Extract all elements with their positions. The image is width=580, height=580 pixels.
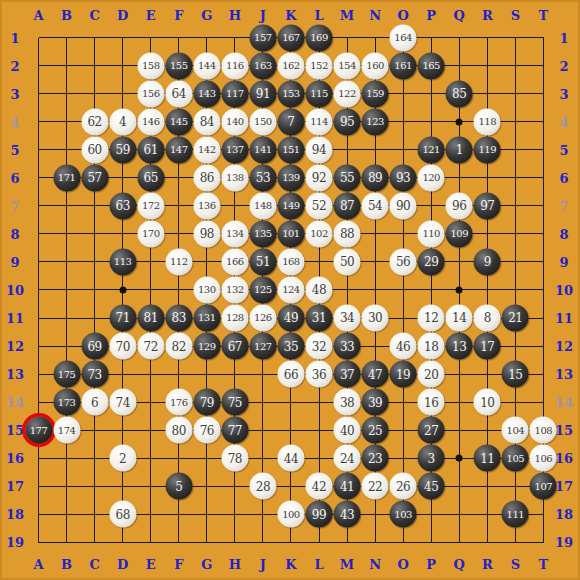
stone-white-54-N7[interactable]: 54 — [362, 192, 389, 219]
intersection-N8[interactable] — [361, 220, 389, 248]
intersection-S11[interactable]: 21 — [501, 304, 529, 332]
stone-black-89-N6[interactable]: 89 — [362, 164, 389, 191]
intersection-J11[interactable]: 126 — [249, 304, 277, 332]
intersection-M9[interactable]: 50 — [333, 248, 361, 276]
intersection-E9[interactable] — [137, 248, 165, 276]
intersection-K4[interactable]: 7 — [277, 108, 305, 136]
stone-white-122-M3[interactable]: 122 — [334, 80, 361, 107]
intersection-A5[interactable] — [25, 136, 53, 164]
intersection-D9[interactable]: 113 — [109, 248, 137, 276]
intersection-A10[interactable] — [25, 276, 53, 304]
intersection-G12[interactable]: 129 — [193, 332, 221, 360]
intersection-A3[interactable] — [25, 80, 53, 108]
intersection-M18[interactable]: 43 — [333, 500, 361, 528]
stone-white-106-T16[interactable]: 106 — [530, 445, 557, 472]
intersection-H1[interactable] — [221, 24, 249, 52]
intersection-B15[interactable]: 174 — [53, 416, 81, 444]
intersection-J13[interactable] — [249, 360, 277, 388]
stone-black-163-J2[interactable]: 163 — [249, 52, 276, 79]
intersection-M2[interactable]: 154 — [333, 52, 361, 80]
intersection-N9[interactable] — [361, 248, 389, 276]
intersection-P4[interactable] — [417, 108, 445, 136]
intersection-D2[interactable] — [109, 52, 137, 80]
intersection-F2[interactable]: 155 — [165, 52, 193, 80]
intersection-K18[interactable]: 100 — [277, 500, 305, 528]
stone-white-74-D14[interactable]: 74 — [109, 389, 136, 416]
intersection-F5[interactable]: 147 — [165, 136, 193, 164]
stone-white-102-L8[interactable]: 102 — [305, 220, 332, 247]
stone-white-16-P14[interactable]: 16 — [418, 389, 445, 416]
stone-white-134-H8[interactable]: 134 — [221, 220, 248, 247]
stone-black-37-M13[interactable]: 37 — [334, 361, 361, 388]
intersection-P19[interactable] — [417, 528, 445, 556]
intersection-A8[interactable] — [25, 220, 53, 248]
stone-black-121-P5[interactable]: 121 — [418, 136, 445, 163]
intersection-O4[interactable] — [389, 108, 417, 136]
intersection-R1[interactable] — [473, 24, 501, 52]
intersection-F15[interactable]: 80 — [165, 416, 193, 444]
intersection-S12[interactable] — [501, 332, 529, 360]
intersection-K6[interactable]: 139 — [277, 164, 305, 192]
stone-black-147-F5[interactable]: 147 — [165, 136, 192, 163]
stone-white-158-E2[interactable]: 158 — [137, 52, 164, 79]
intersection-R14[interactable]: 10 — [473, 388, 501, 416]
intersection-D8[interactable] — [109, 220, 137, 248]
intersection-Q4[interactable] — [445, 108, 473, 136]
stone-black-149-K7[interactable]: 149 — [277, 192, 304, 219]
stone-black-33-M12[interactable]: 33 — [334, 333, 361, 360]
stone-white-14-Q11[interactable]: 14 — [446, 304, 473, 331]
stone-white-72-E12[interactable]: 72 — [137, 333, 164, 360]
stone-black-45-P17[interactable]: 45 — [418, 473, 445, 500]
stone-black-3-P16[interactable]: 3 — [418, 445, 445, 472]
intersection-D13[interactable] — [109, 360, 137, 388]
intersection-M8[interactable]: 88 — [333, 220, 361, 248]
intersection-E17[interactable] — [137, 472, 165, 500]
intersection-B10[interactable] — [53, 276, 81, 304]
stone-white-36-L13[interactable]: 36 — [305, 361, 332, 388]
intersection-G9[interactable] — [193, 248, 221, 276]
stone-black-49-K11[interactable]: 49 — [277, 304, 304, 331]
intersection-H9[interactable]: 166 — [221, 248, 249, 276]
stone-white-6-C14[interactable]: 6 — [81, 389, 108, 416]
intersection-H11[interactable]: 128 — [221, 304, 249, 332]
stone-white-90-O7[interactable]: 90 — [390, 192, 417, 219]
intersection-J6[interactable]: 53 — [249, 164, 277, 192]
stone-black-47-N13[interactable]: 47 — [362, 361, 389, 388]
stone-white-118-R4[interactable]: 118 — [474, 108, 501, 135]
intersection-J12[interactable]: 127 — [249, 332, 277, 360]
intersection-L3[interactable]: 115 — [305, 80, 333, 108]
stone-white-52-L7[interactable]: 52 — [305, 192, 332, 219]
intersection-B19[interactable] — [53, 528, 81, 556]
intersection-N13[interactable]: 47 — [361, 360, 389, 388]
intersection-C3[interactable] — [81, 80, 109, 108]
stone-black-115-L3[interactable]: 115 — [305, 80, 332, 107]
intersection-A4[interactable] — [25, 108, 53, 136]
intersection-M14[interactable]: 38 — [333, 388, 361, 416]
stone-white-50-M9[interactable]: 50 — [334, 248, 361, 275]
stone-black-41-M17[interactable]: 41 — [334, 473, 361, 500]
intersection-A17[interactable] — [25, 472, 53, 500]
intersection-O13[interactable]: 19 — [389, 360, 417, 388]
intersection-R4[interactable]: 118 — [473, 108, 501, 136]
stone-white-48-L10[interactable]: 48 — [305, 276, 332, 303]
stone-white-152-L2[interactable]: 152 — [305, 52, 332, 79]
stone-white-76-G15[interactable]: 76 — [193, 417, 220, 444]
intersection-S14[interactable] — [501, 388, 529, 416]
intersection-E13[interactable] — [137, 360, 165, 388]
intersection-M1[interactable] — [333, 24, 361, 52]
stone-black-105-S16[interactable]: 105 — [502, 445, 529, 472]
intersection-A7[interactable] — [25, 192, 53, 220]
intersection-T8[interactable] — [529, 220, 557, 248]
intersection-O15[interactable] — [389, 416, 417, 444]
intersection-C10[interactable] — [81, 276, 109, 304]
intersection-B2[interactable] — [53, 52, 81, 80]
intersection-H5[interactable]: 137 — [221, 136, 249, 164]
stone-white-8-R11[interactable]: 8 — [474, 304, 501, 331]
intersection-S5[interactable] — [501, 136, 529, 164]
stone-black-27-P15[interactable]: 27 — [418, 417, 445, 444]
stone-white-2-D16[interactable]: 2 — [109, 445, 136, 472]
intersection-A16[interactable] — [25, 444, 53, 472]
intersection-E16[interactable] — [137, 444, 165, 472]
intersection-P18[interactable] — [417, 500, 445, 528]
intersection-Q15[interactable] — [445, 416, 473, 444]
stone-white-62-C4[interactable]: 62 — [81, 108, 108, 135]
intersection-G10[interactable]: 130 — [193, 276, 221, 304]
intersection-R17[interactable] — [473, 472, 501, 500]
stone-black-7-K4[interactable]: 7 — [277, 108, 304, 135]
intersection-B1[interactable] — [53, 24, 81, 52]
intersection-E1[interactable] — [137, 24, 165, 52]
intersection-N17[interactable]: 22 — [361, 472, 389, 500]
intersection-N3[interactable]: 159 — [361, 80, 389, 108]
intersection-Q17[interactable] — [445, 472, 473, 500]
intersection-T6[interactable] — [529, 164, 557, 192]
stone-white-18-P12[interactable]: 18 — [418, 333, 445, 360]
intersection-G4[interactable]: 84 — [193, 108, 221, 136]
intersection-F19[interactable] — [165, 528, 193, 556]
intersection-D15[interactable] — [109, 416, 137, 444]
stone-black-15-S13[interactable]: 15 — [502, 361, 529, 388]
intersection-P5[interactable]: 121 — [417, 136, 445, 164]
intersection-E11[interactable]: 81 — [137, 304, 165, 332]
stone-black-161-O2[interactable]: 161 — [390, 52, 417, 79]
stone-white-26-O17[interactable]: 26 — [390, 473, 417, 500]
stone-white-46-O12[interactable]: 46 — [390, 333, 417, 360]
intersection-G11[interactable]: 131 — [193, 304, 221, 332]
stone-white-140-H4[interactable]: 140 — [221, 108, 248, 135]
intersection-F17[interactable]: 5 — [165, 472, 193, 500]
intersection-A6[interactable] — [25, 164, 53, 192]
intersection-F1[interactable] — [165, 24, 193, 52]
stone-white-28-J17[interactable]: 28 — [249, 473, 276, 500]
intersection-P13[interactable]: 20 — [417, 360, 445, 388]
intersection-H7[interactable] — [221, 192, 249, 220]
intersection-P6[interactable]: 120 — [417, 164, 445, 192]
intersection-K9[interactable]: 168 — [277, 248, 305, 276]
stone-black-87-M7[interactable]: 87 — [334, 192, 361, 219]
intersection-C18[interactable] — [81, 500, 109, 528]
stone-black-19-O13[interactable]: 19 — [390, 361, 417, 388]
stone-white-66-K13[interactable]: 66 — [277, 361, 304, 388]
intersection-S17[interactable] — [501, 472, 529, 500]
stone-black-167-K1[interactable]: 167 — [277, 24, 304, 51]
stone-white-172-E7[interactable]: 172 — [137, 192, 164, 219]
intersection-G18[interactable] — [193, 500, 221, 528]
intersection-Q2[interactable] — [445, 52, 473, 80]
board-grid[interactable]: 1571671691641581551441161631621521541601… — [25, 24, 558, 557]
intersection-D16[interactable]: 2 — [109, 444, 137, 472]
intersection-T2[interactable] — [529, 52, 557, 80]
intersection-T11[interactable] — [529, 304, 557, 332]
intersection-L12[interactable]: 32 — [305, 332, 333, 360]
intersection-F7[interactable] — [165, 192, 193, 220]
intersection-H13[interactable] — [221, 360, 249, 388]
intersection-N4[interactable]: 123 — [361, 108, 389, 136]
stone-white-12-P11[interactable]: 12 — [418, 304, 445, 331]
intersection-M5[interactable] — [333, 136, 361, 164]
intersection-G6[interactable]: 86 — [193, 164, 221, 192]
stone-black-93-O6[interactable]: 93 — [390, 164, 417, 191]
intersection-K17[interactable] — [277, 472, 305, 500]
stone-white-138-H6[interactable]: 138 — [221, 164, 248, 191]
intersection-C8[interactable] — [81, 220, 109, 248]
intersection-T14[interactable] — [529, 388, 557, 416]
intersection-Q5[interactable]: 1 — [445, 136, 473, 164]
intersection-G17[interactable] — [193, 472, 221, 500]
intersection-R2[interactable] — [473, 52, 501, 80]
intersection-N2[interactable]: 160 — [361, 52, 389, 80]
intersection-Q19[interactable] — [445, 528, 473, 556]
stone-white-174-B15[interactable]: 174 — [53, 417, 80, 444]
intersection-C2[interactable] — [81, 52, 109, 80]
intersection-O11[interactable] — [389, 304, 417, 332]
intersection-D5[interactable]: 59 — [109, 136, 137, 164]
intersection-H15[interactable]: 77 — [221, 416, 249, 444]
intersection-E12[interactable]: 72 — [137, 332, 165, 360]
intersection-T1[interactable] — [529, 24, 557, 52]
stone-white-116-H2[interactable]: 116 — [221, 52, 248, 79]
stone-white-60-C5[interactable]: 60 — [81, 136, 108, 163]
intersection-F10[interactable] — [165, 276, 193, 304]
intersection-L18[interactable]: 99 — [305, 500, 333, 528]
stone-black-43-M18[interactable]: 43 — [334, 501, 361, 528]
intersection-J18[interactable] — [249, 500, 277, 528]
intersection-J8[interactable]: 135 — [249, 220, 277, 248]
intersection-B9[interactable] — [53, 248, 81, 276]
intersection-T3[interactable] — [529, 80, 557, 108]
intersection-J4[interactable]: 150 — [249, 108, 277, 136]
stone-black-175-B13[interactable]: 175 — [53, 361, 80, 388]
intersection-H3[interactable]: 117 — [221, 80, 249, 108]
intersection-K14[interactable] — [277, 388, 305, 416]
stone-white-64-F3[interactable]: 64 — [165, 80, 192, 107]
intersection-F4[interactable]: 145 — [165, 108, 193, 136]
intersection-F11[interactable]: 83 — [165, 304, 193, 332]
stone-white-120-P6[interactable]: 120 — [418, 164, 445, 191]
intersection-C1[interactable] — [81, 24, 109, 52]
intersection-K10[interactable]: 124 — [277, 276, 305, 304]
intersection-F8[interactable] — [165, 220, 193, 248]
stone-black-91-J3[interactable]: 91 — [249, 80, 276, 107]
stone-white-132-H10[interactable]: 132 — [221, 276, 248, 303]
intersection-H10[interactable]: 132 — [221, 276, 249, 304]
intersection-S13[interactable]: 15 — [501, 360, 529, 388]
intersection-M12[interactable]: 33 — [333, 332, 361, 360]
intersection-K1[interactable]: 167 — [277, 24, 305, 52]
intersection-A15[interactable]: 177 — [25, 416, 53, 444]
intersection-E15[interactable] — [137, 416, 165, 444]
stone-white-160-N2[interactable]: 160 — [362, 52, 389, 79]
intersection-E8[interactable]: 170 — [137, 220, 165, 248]
intersection-D7[interactable]: 63 — [109, 192, 137, 220]
intersection-P12[interactable]: 18 — [417, 332, 445, 360]
intersection-F12[interactable]: 82 — [165, 332, 193, 360]
intersection-J16[interactable] — [249, 444, 277, 472]
stone-black-75-H14[interactable]: 75 — [221, 389, 248, 416]
stone-white-40-M15[interactable]: 40 — [334, 417, 361, 444]
intersection-T18[interactable] — [529, 500, 557, 528]
stone-white-42-L17[interactable]: 42 — [305, 473, 332, 500]
intersection-L4[interactable]: 114 — [305, 108, 333, 136]
intersection-R11[interactable]: 8 — [473, 304, 501, 332]
intersection-L15[interactable] — [305, 416, 333, 444]
intersection-L7[interactable]: 52 — [305, 192, 333, 220]
intersection-T10[interactable] — [529, 276, 557, 304]
intersection-O9[interactable]: 56 — [389, 248, 417, 276]
stone-white-20-P13[interactable]: 20 — [418, 361, 445, 388]
intersection-D12[interactable]: 70 — [109, 332, 137, 360]
stone-white-156-E3[interactable]: 156 — [137, 80, 164, 107]
intersection-B11[interactable] — [53, 304, 81, 332]
intersection-A13[interactable] — [25, 360, 53, 388]
stone-white-22-N17[interactable]: 22 — [362, 473, 389, 500]
intersection-K8[interactable]: 101 — [277, 220, 305, 248]
stone-white-112-F9[interactable]: 112 — [165, 248, 192, 275]
stone-black-99-L18[interactable]: 99 — [305, 501, 332, 528]
intersection-B14[interactable]: 173 — [53, 388, 81, 416]
intersection-T4[interactable] — [529, 108, 557, 136]
intersection-L2[interactable]: 152 — [305, 52, 333, 80]
stone-black-69-C12[interactable]: 69 — [81, 333, 108, 360]
intersection-C14[interactable]: 6 — [81, 388, 109, 416]
intersection-C9[interactable] — [81, 248, 109, 276]
intersection-M16[interactable]: 24 — [333, 444, 361, 472]
intersection-L17[interactable]: 42 — [305, 472, 333, 500]
intersection-H12[interactable]: 67 — [221, 332, 249, 360]
intersection-N18[interactable] — [361, 500, 389, 528]
intersection-L10[interactable]: 48 — [305, 276, 333, 304]
intersection-L1[interactable]: 169 — [305, 24, 333, 52]
intersection-N19[interactable] — [361, 528, 389, 556]
intersection-S19[interactable] — [501, 528, 529, 556]
stone-white-86-G6[interactable]: 86 — [193, 164, 220, 191]
intersection-R6[interactable] — [473, 164, 501, 192]
stone-white-148-J7[interactable]: 148 — [249, 192, 276, 219]
intersection-T15[interactable]: 108 — [529, 416, 557, 444]
intersection-D6[interactable] — [109, 164, 137, 192]
intersection-E4[interactable]: 146 — [137, 108, 165, 136]
stone-black-101-K8[interactable]: 101 — [277, 220, 304, 247]
stone-black-21-S11[interactable]: 21 — [502, 304, 529, 331]
intersection-D10[interactable] — [109, 276, 137, 304]
intersection-O8[interactable] — [389, 220, 417, 248]
intersection-N16[interactable]: 23 — [361, 444, 389, 472]
intersection-E6[interactable]: 65 — [137, 164, 165, 192]
stone-white-126-J11[interactable]: 126 — [249, 304, 276, 331]
intersection-E14[interactable] — [137, 388, 165, 416]
intersection-N11[interactable]: 30 — [361, 304, 389, 332]
intersection-R16[interactable]: 11 — [473, 444, 501, 472]
stone-black-1-Q5[interactable]: 1 — [446, 136, 473, 163]
intersection-H8[interactable]: 134 — [221, 220, 249, 248]
intersection-H14[interactable]: 75 — [221, 388, 249, 416]
intersection-Q13[interactable] — [445, 360, 473, 388]
stone-black-153-K3[interactable]: 153 — [277, 80, 304, 107]
intersection-Q12[interactable]: 13 — [445, 332, 473, 360]
stone-white-4-D4[interactable]: 4 — [109, 108, 136, 135]
stone-white-94-L5[interactable]: 94 — [305, 136, 332, 163]
stone-black-157-J1[interactable]: 157 — [249, 24, 276, 51]
intersection-C4[interactable]: 62 — [81, 108, 109, 136]
intersection-Q14[interactable] — [445, 388, 473, 416]
stone-white-150-J4[interactable]: 150 — [249, 108, 276, 135]
stone-white-44-K16[interactable]: 44 — [277, 445, 304, 472]
intersection-S7[interactable] — [501, 192, 529, 220]
stone-black-25-N15[interactable]: 25 — [362, 417, 389, 444]
intersection-Q10[interactable] — [445, 276, 473, 304]
intersection-S9[interactable] — [501, 248, 529, 276]
stone-black-97-R7[interactable]: 97 — [474, 192, 501, 219]
intersection-R12[interactable]: 17 — [473, 332, 501, 360]
intersection-F16[interactable] — [165, 444, 193, 472]
intersection-H6[interactable]: 138 — [221, 164, 249, 192]
intersection-Q16[interactable] — [445, 444, 473, 472]
stone-black-85-Q3[interactable]: 85 — [446, 80, 473, 107]
intersection-G19[interactable] — [193, 528, 221, 556]
intersection-O19[interactable] — [389, 528, 417, 556]
intersection-K5[interactable]: 151 — [277, 136, 305, 164]
stone-white-88-M8[interactable]: 88 — [334, 220, 361, 247]
intersection-Q6[interactable] — [445, 164, 473, 192]
stone-black-109-Q8[interactable]: 109 — [446, 220, 473, 247]
intersection-L14[interactable] — [305, 388, 333, 416]
intersection-R7[interactable]: 97 — [473, 192, 501, 220]
intersection-O16[interactable] — [389, 444, 417, 472]
stone-black-77-H15[interactable]: 77 — [221, 417, 248, 444]
stone-white-128-H11[interactable]: 128 — [221, 304, 248, 331]
intersection-K11[interactable]: 49 — [277, 304, 305, 332]
stone-black-177-A15[interactable]: 177 — [25, 417, 52, 444]
stone-black-57-C6[interactable]: 57 — [81, 164, 108, 191]
intersection-L19[interactable] — [305, 528, 333, 556]
intersection-M3[interactable]: 122 — [333, 80, 361, 108]
intersection-A1[interactable] — [25, 24, 53, 52]
stone-black-29-P9[interactable]: 29 — [418, 248, 445, 275]
intersection-O10[interactable] — [389, 276, 417, 304]
intersection-O1[interactable]: 164 — [389, 24, 417, 52]
intersection-M11[interactable]: 34 — [333, 304, 361, 332]
stone-black-171-B6[interactable]: 171 — [53, 164, 80, 191]
intersection-C5[interactable]: 60 — [81, 136, 109, 164]
intersection-J17[interactable]: 28 — [249, 472, 277, 500]
intersection-O17[interactable]: 26 — [389, 472, 417, 500]
stone-white-78-H16[interactable]: 78 — [221, 445, 248, 472]
intersection-P11[interactable]: 12 — [417, 304, 445, 332]
